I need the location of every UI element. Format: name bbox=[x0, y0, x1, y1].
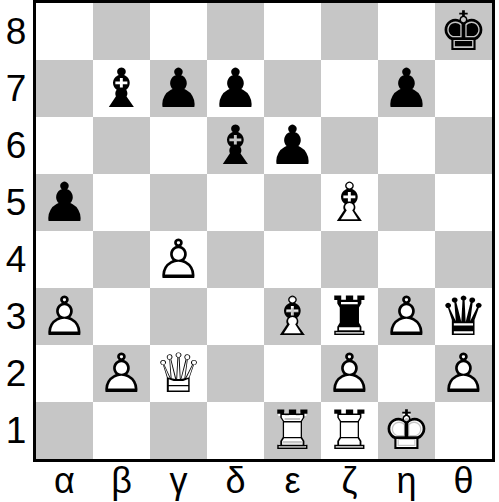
file-label-θ: θ bbox=[435, 459, 492, 502]
rank-label-6: 6 bbox=[0, 117, 32, 174]
square-η4[interactable] bbox=[378, 231, 435, 288]
square-γ4[interactable]: ♟♙ bbox=[150, 231, 207, 288]
square-ε7[interactable] bbox=[264, 60, 321, 117]
square-η8[interactable] bbox=[378, 3, 435, 60]
square-θ2[interactable]: ♟♙ bbox=[435, 345, 492, 402]
square-θ6[interactable] bbox=[435, 117, 492, 174]
square-θ4[interactable] bbox=[435, 231, 492, 288]
square-δ3[interactable] bbox=[207, 288, 264, 345]
chess-board: ♚♝♟♟♟♝♟♟♝♗♟♙♟♙♝♗♜♟♙♛♟♙♛♕♟♙♟♙♜♖♜♖♚♔ bbox=[33, 0, 495, 462]
rank-label-1: 1 bbox=[0, 402, 32, 459]
piece-black-bishop: ♝ bbox=[207, 117, 264, 174]
square-ζ2[interactable]: ♟♙ bbox=[321, 345, 378, 402]
square-ζ7[interactable] bbox=[321, 60, 378, 117]
piece-outline-layer: ♙ bbox=[36, 288, 93, 345]
square-θ5[interactable] bbox=[435, 174, 492, 231]
square-η2[interactable] bbox=[378, 345, 435, 402]
square-γ6[interactable] bbox=[150, 117, 207, 174]
square-α5[interactable]: ♟ bbox=[36, 174, 93, 231]
square-γ5[interactable] bbox=[150, 174, 207, 231]
rank-label-3: 3 bbox=[0, 288, 32, 345]
piece-white-queen: ♛♕ bbox=[150, 345, 207, 402]
chess-diagram: 87654321 ♚♝♟♟♟♝♟♟♝♗♟♙♟♙♝♗♜♟♙♛♟♙♛♕♟♙♟♙♜♖♜… bbox=[0, 0, 499, 502]
square-δ4[interactable] bbox=[207, 231, 264, 288]
square-ζ4[interactable] bbox=[321, 231, 378, 288]
piece-black-pawn: ♟ bbox=[207, 60, 264, 117]
square-α3[interactable]: ♟♙ bbox=[36, 288, 93, 345]
square-δ7[interactable]: ♟ bbox=[207, 60, 264, 117]
square-β7[interactable]: ♝ bbox=[93, 60, 150, 117]
square-ε4[interactable] bbox=[264, 231, 321, 288]
piece-black-bishop: ♝ bbox=[93, 60, 150, 117]
square-η6[interactable] bbox=[378, 117, 435, 174]
square-ζ8[interactable] bbox=[321, 3, 378, 60]
square-β2[interactable]: ♟♙ bbox=[93, 345, 150, 402]
rank-label-2: 2 bbox=[0, 345, 32, 402]
square-θ3[interactable]: ♛ bbox=[435, 288, 492, 345]
file-label-β: β bbox=[93, 459, 150, 502]
file-label-ε: ε bbox=[264, 459, 321, 502]
square-δ5[interactable] bbox=[207, 174, 264, 231]
piece-white-rook: ♜♖ bbox=[321, 402, 378, 459]
file-label-η: η bbox=[378, 459, 435, 502]
piece-outline-layer: ♙ bbox=[435, 345, 492, 402]
square-ε3[interactable]: ♝♗ bbox=[264, 288, 321, 345]
piece-black-pawn: ♟ bbox=[264, 117, 321, 174]
piece-black-rook: ♜ bbox=[321, 288, 378, 345]
piece-white-pawn: ♟♙ bbox=[150, 231, 207, 288]
file-labels: αβγδεζηθ bbox=[36, 459, 492, 502]
square-α2[interactable] bbox=[36, 345, 93, 402]
square-θ8[interactable]: ♚ bbox=[435, 3, 492, 60]
square-β1[interactable] bbox=[93, 402, 150, 459]
square-δ2[interactable] bbox=[207, 345, 264, 402]
piece-outline-layer: ♙ bbox=[321, 345, 378, 402]
square-α7[interactable] bbox=[36, 60, 93, 117]
file-label-α: α bbox=[36, 459, 93, 502]
square-α8[interactable] bbox=[36, 3, 93, 60]
file-label-γ: γ bbox=[150, 459, 207, 502]
square-δ1[interactable] bbox=[207, 402, 264, 459]
piece-white-pawn: ♟♙ bbox=[36, 288, 93, 345]
piece-outline-layer: ♗ bbox=[321, 174, 378, 231]
square-δ8[interactable] bbox=[207, 3, 264, 60]
square-γ1[interactable] bbox=[150, 402, 207, 459]
piece-white-pawn: ♟♙ bbox=[93, 345, 150, 402]
square-ζ1[interactable]: ♜♖ bbox=[321, 402, 378, 459]
piece-black-king: ♚ bbox=[435, 3, 492, 60]
square-ε8[interactable] bbox=[264, 3, 321, 60]
piece-white-bishop: ♝♗ bbox=[264, 288, 321, 345]
square-ε6[interactable]: ♟ bbox=[264, 117, 321, 174]
square-ζ5[interactable]: ♝♗ bbox=[321, 174, 378, 231]
piece-white-rook: ♜♖ bbox=[264, 402, 321, 459]
square-β6[interactable] bbox=[93, 117, 150, 174]
square-ζ3[interactable]: ♜ bbox=[321, 288, 378, 345]
square-β4[interactable] bbox=[93, 231, 150, 288]
square-α1[interactable] bbox=[36, 402, 93, 459]
square-η3[interactable]: ♟♙ bbox=[378, 288, 435, 345]
rank-label-4: 4 bbox=[0, 231, 32, 288]
square-ε2[interactable] bbox=[264, 345, 321, 402]
rank-labels: 87654321 bbox=[0, 3, 32, 459]
square-ε1[interactable]: ♜♖ bbox=[264, 402, 321, 459]
rank-label-8: 8 bbox=[0, 3, 32, 60]
piece-outline-layer: ♙ bbox=[150, 231, 207, 288]
piece-black-queen: ♛ bbox=[435, 288, 492, 345]
square-β3[interactable] bbox=[93, 288, 150, 345]
square-α4[interactable] bbox=[36, 231, 93, 288]
piece-outline-layer: ♗ bbox=[264, 288, 321, 345]
piece-outline-layer: ♔ bbox=[378, 402, 435, 459]
square-δ6[interactable]: ♝ bbox=[207, 117, 264, 174]
piece-outline-layer: ♙ bbox=[378, 288, 435, 345]
rank-label-5: 5 bbox=[0, 174, 32, 231]
square-γ8[interactable] bbox=[150, 3, 207, 60]
piece-outline-layer: ♕ bbox=[150, 345, 207, 402]
file-label-ζ: ζ bbox=[321, 459, 378, 502]
piece-white-pawn: ♟♙ bbox=[378, 288, 435, 345]
square-β5[interactable] bbox=[93, 174, 150, 231]
square-η1[interactable]: ♚♔ bbox=[378, 402, 435, 459]
square-β8[interactable] bbox=[93, 3, 150, 60]
piece-white-pawn: ♟♙ bbox=[321, 345, 378, 402]
square-γ3[interactable] bbox=[150, 288, 207, 345]
piece-white-bishop: ♝♗ bbox=[321, 174, 378, 231]
square-ε5[interactable] bbox=[264, 174, 321, 231]
square-η5[interactable] bbox=[378, 174, 435, 231]
square-α6[interactable] bbox=[36, 117, 93, 174]
square-γ7[interactable]: ♟ bbox=[150, 60, 207, 117]
piece-black-pawn: ♟ bbox=[150, 60, 207, 117]
rank-label-7: 7 bbox=[0, 60, 32, 117]
piece-outline-layer: ♖ bbox=[321, 402, 378, 459]
piece-outline-layer: ♖ bbox=[264, 402, 321, 459]
square-θ1[interactable] bbox=[435, 402, 492, 459]
piece-black-pawn: ♟ bbox=[378, 60, 435, 117]
square-η7[interactable]: ♟ bbox=[378, 60, 435, 117]
square-θ7[interactable] bbox=[435, 60, 492, 117]
square-ζ6[interactable] bbox=[321, 117, 378, 174]
square-γ2[interactable]: ♛♕ bbox=[150, 345, 207, 402]
piece-outline-layer: ♙ bbox=[93, 345, 150, 402]
piece-white-pawn: ♟♙ bbox=[435, 345, 492, 402]
piece-black-pawn: ♟ bbox=[36, 174, 93, 231]
file-label-δ: δ bbox=[207, 459, 264, 502]
piece-white-king: ♚♔ bbox=[378, 402, 435, 459]
